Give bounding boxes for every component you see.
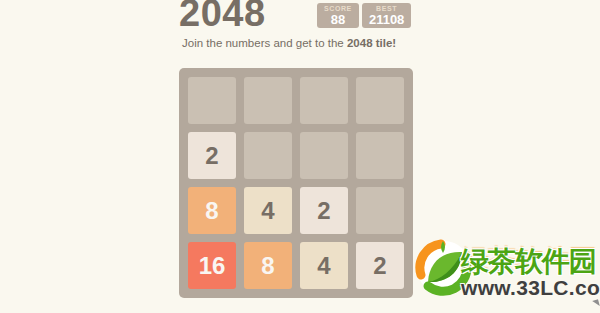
- subtitle-goal: 2048 tile!: [347, 37, 396, 49]
- empty-cell: [300, 132, 348, 179]
- tile-2: 2: [188, 132, 236, 179]
- subtitle-text: Join the numbers and get to the: [182, 37, 347, 49]
- best-box: BEST 21108: [362, 3, 411, 28]
- subtitle: Join the numbers and get to the 2048 til…: [182, 37, 396, 49]
- empty-cell: [244, 132, 292, 179]
- tile-4: 4: [244, 187, 292, 234]
- tile-2: 2: [356, 242, 404, 289]
- watermark-site-name: 绿茶软件园: [461, 243, 596, 281]
- empty-cell: [356, 187, 404, 234]
- tile-16: 16: [188, 242, 236, 289]
- score-box: SCORE 88: [317, 3, 359, 28]
- empty-cell: [300, 77, 348, 124]
- board[interactable]: 284216842: [179, 68, 413, 298]
- empty-cell: [356, 132, 404, 179]
- tile-2: 2: [300, 187, 348, 234]
- tile-8: 8: [244, 242, 292, 289]
- tile-8: 8: [188, 187, 236, 234]
- best-value: 21108: [369, 13, 404, 27]
- tile-4: 4: [300, 242, 348, 289]
- greentea-logo-icon: [415, 239, 473, 297]
- cursor-artifact: [592, 299, 600, 307]
- empty-cell: [356, 77, 404, 124]
- empty-cell: [244, 77, 292, 124]
- watermark-site-url: www.33LC.com: [461, 276, 600, 300]
- scoreboard: SCORE 88 BEST 21108: [317, 3, 411, 28]
- game-page: 2048 SCORE 88 BEST 21108 Join the number…: [0, 0, 600, 313]
- page-title: 2048: [179, 0, 266, 35]
- empty-cell: [188, 77, 236, 124]
- score-value: 88: [331, 13, 345, 27]
